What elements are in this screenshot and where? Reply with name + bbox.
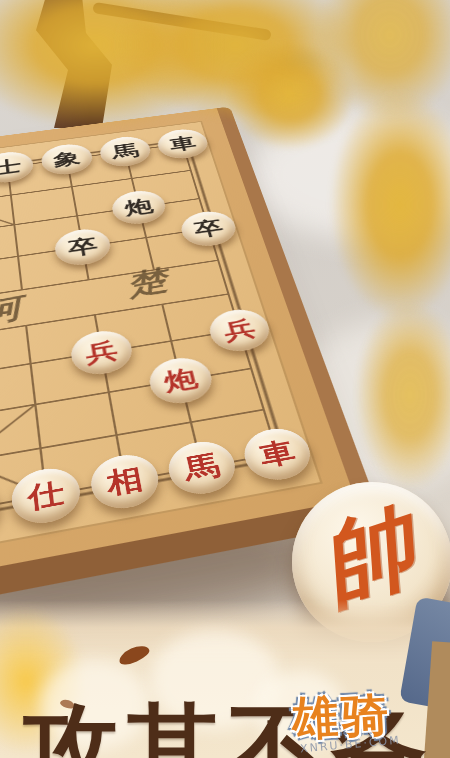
piece-char: 士 (0, 157, 22, 176)
gingko-foliage-right (330, 90, 450, 320)
piece-char: 卒 (67, 236, 99, 259)
piece-char: 兵 (84, 339, 120, 366)
piece-char: 車 (256, 438, 298, 470)
piece-char: 馬 (110, 142, 140, 161)
falling-leaf-1 (117, 642, 152, 668)
piece-char: 炮 (162, 366, 200, 395)
piece-char: 卒 (192, 218, 226, 240)
screenshot-stage: 河 楚 車馬象士將士象馬車炮炮卒卒卒卒卒兵兵兵兵兵炮炮車馬相仕帥仕相馬車 帥 攻… (0, 0, 450, 758)
piece-char: 仕 (26, 478, 65, 513)
piece-char: 炮 (123, 197, 155, 218)
piece-char: 兵 (221, 317, 258, 343)
gingko-foliage-right-lower (355, 300, 450, 490)
piece-char: 馬 (181, 451, 222, 484)
piece-char: 車 (167, 135, 197, 153)
piece-char: 象 (52, 150, 82, 169)
piece-char: 相 (105, 464, 145, 498)
bottom-banner-band: 攻其不备 雄骑 XNRU·BE·COM (0, 600, 450, 758)
